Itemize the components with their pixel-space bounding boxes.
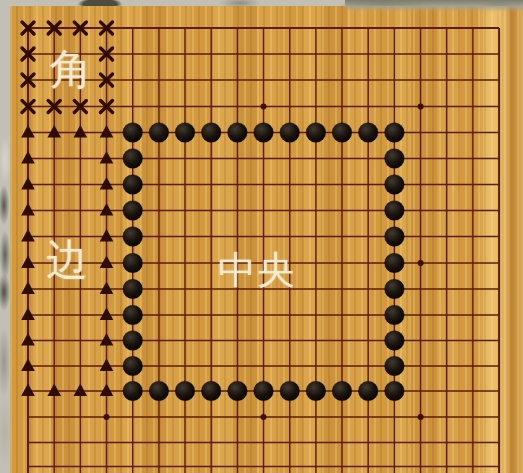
triangle-mark-icon (100, 203, 114, 216)
black-stone (332, 381, 352, 401)
triangle-mark-icon (21, 151, 35, 164)
triangle-mark-icon (100, 308, 114, 321)
triangle-mark-icon (100, 282, 114, 295)
center-label: 中央 (218, 251, 296, 289)
triangle-mark-icon (21, 125, 35, 138)
star-point (418, 104, 424, 110)
triangle-mark-icon (21, 333, 35, 346)
triangle-mark-icon (100, 177, 114, 190)
black-stone (385, 227, 405, 247)
black-stone (385, 356, 405, 376)
star-point (418, 414, 424, 420)
star-point (261, 104, 267, 110)
star-point (261, 414, 267, 420)
triangle-mark-icon (100, 151, 114, 164)
black-stone (123, 149, 143, 169)
black-stone (123, 175, 143, 195)
black-stone (123, 279, 143, 299)
side-label: 边 (47, 239, 90, 281)
black-stone (254, 123, 274, 143)
black-stone (385, 175, 405, 195)
triangle-mark-icon (100, 229, 114, 242)
triangle-mark-icon (47, 384, 61, 397)
triangle-mark-icon (21, 256, 35, 269)
black-stone (123, 253, 143, 273)
black-stone (385, 201, 405, 221)
black-stone (123, 381, 143, 401)
black-stone (149, 123, 169, 143)
black-stone (228, 123, 248, 143)
triangle-mark-icon (21, 384, 35, 397)
black-stone (123, 227, 143, 247)
triangle-mark-icon (100, 384, 114, 397)
triangle-mark-icon (21, 177, 35, 190)
triangle-mark-icon (21, 229, 35, 242)
black-stone (123, 356, 143, 376)
black-stone (385, 381, 405, 401)
black-stone (123, 305, 143, 325)
black-stone (123, 201, 143, 221)
triangle-mark-icon (74, 384, 88, 397)
triangle-mark-icon (100, 359, 114, 372)
black-stone (358, 123, 378, 143)
triangle-mark-icon (21, 308, 35, 321)
triangle-mark-icon (100, 333, 114, 346)
black-stone (149, 381, 169, 401)
black-stone (175, 123, 195, 143)
black-stone (306, 123, 326, 143)
black-stone (175, 381, 195, 401)
triangle-mark-icon (21, 203, 35, 216)
black-stone (385, 253, 405, 273)
black-stone (385, 123, 405, 143)
star-point (418, 260, 424, 266)
black-stone (306, 381, 326, 401)
screenshot: 角 边 中央 (0, 0, 523, 473)
black-stone (385, 331, 405, 351)
triangle-mark-icon (100, 256, 114, 269)
black-stone (201, 381, 221, 401)
corner-label: 角 (50, 49, 93, 91)
triangle-mark-icon (47, 125, 61, 138)
black-stone (385, 279, 405, 299)
black-stone (254, 381, 274, 401)
black-stone (123, 331, 143, 351)
triangle-mark-icon (21, 359, 35, 372)
star-point (104, 414, 110, 420)
black-stone (358, 381, 378, 401)
black-stone (385, 149, 405, 169)
black-stone (332, 123, 352, 143)
black-stone (280, 381, 300, 401)
black-stone (385, 305, 405, 325)
black-stone (123, 123, 143, 143)
triangle-mark-icon (100, 125, 114, 138)
triangle-mark-icon (21, 282, 35, 295)
black-stone (201, 123, 221, 143)
triangle-mark-icon (74, 125, 88, 138)
black-stone (280, 123, 300, 143)
black-stone (228, 381, 248, 401)
